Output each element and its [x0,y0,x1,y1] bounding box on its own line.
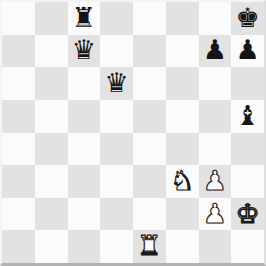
square-e2[interactable] [133,198,166,231]
square-h6[interactable] [231,67,264,100]
piece-white-knight-f3: ♞ [170,167,194,194]
square-a7[interactable] [2,35,35,68]
square-d3[interactable] [100,165,133,198]
square-e3[interactable] [133,165,166,198]
square-f7[interactable] [166,35,199,68]
square-e1[interactable]: ♜ [133,230,166,263]
square-d5[interactable] [100,100,133,133]
square-f3[interactable]: ♞ [166,165,199,198]
square-f2[interactable] [166,198,199,231]
square-h4[interactable] [231,133,264,166]
square-d8[interactable] [100,2,133,35]
square-g4[interactable] [199,133,232,166]
square-f8[interactable] [166,2,199,35]
chess-board-frame: ♜♚♛♟♟♛♝♞♟♟♚♜ [0,0,266,266]
square-b8[interactable] [35,2,68,35]
square-a2[interactable] [2,198,35,231]
square-c1[interactable] [68,230,101,263]
square-c8[interactable]: ♜ [68,2,101,35]
piece-black-king-h8: ♚ [236,4,260,31]
piece-black-queen-c7: ♛ [72,36,96,63]
square-d2[interactable] [100,198,133,231]
piece-white-pawn-g2: ♟ [203,200,227,227]
piece-black-rook-c8: ♜ [72,4,96,31]
chess-board: ♜♚♛♟♟♛♝♞♟♟♚♜ [2,2,264,263]
square-h2[interactable]: ♚ [231,198,264,231]
square-b2[interactable] [35,198,68,231]
square-g8[interactable] [199,2,232,35]
square-c3[interactable] [68,165,101,198]
square-g7[interactable]: ♟ [199,35,232,68]
square-c2[interactable] [68,198,101,231]
square-g2[interactable]: ♟ [199,198,232,231]
square-a1[interactable] [2,230,35,263]
piece-white-king-h2: ♚ [236,200,260,227]
square-a3[interactable] [2,165,35,198]
square-h5[interactable]: ♝ [231,100,264,133]
square-e7[interactable] [133,35,166,68]
square-e5[interactable] [133,100,166,133]
square-c4[interactable] [68,133,101,166]
square-e4[interactable] [133,133,166,166]
square-g1[interactable] [199,230,232,263]
piece-black-pawn-g7: ♟ [203,36,227,63]
square-h3[interactable] [231,165,264,198]
square-f1[interactable] [166,230,199,263]
square-a8[interactable] [2,2,35,35]
square-b1[interactable] [35,230,68,263]
square-b5[interactable] [35,100,68,133]
square-g3[interactable]: ♟ [199,165,232,198]
square-c5[interactable] [68,100,101,133]
square-h1[interactable] [231,230,264,263]
square-a6[interactable] [2,67,35,100]
piece-black-pawn-h7: ♟ [236,36,260,63]
piece-white-rook-e1: ♜ [137,232,161,259]
square-a5[interactable] [2,100,35,133]
square-b6[interactable] [35,67,68,100]
piece-black-bishop-h5: ♝ [236,102,260,129]
square-b3[interactable] [35,165,68,198]
square-b4[interactable] [35,133,68,166]
square-d6[interactable]: ♛ [100,67,133,100]
square-d1[interactable] [100,230,133,263]
square-g6[interactable] [199,67,232,100]
square-h7[interactable]: ♟ [231,35,264,68]
square-e6[interactable] [133,67,166,100]
square-h8[interactable]: ♚ [231,2,264,35]
square-d4[interactable] [100,133,133,166]
square-f5[interactable] [166,100,199,133]
square-g5[interactable] [199,100,232,133]
square-b7[interactable] [35,35,68,68]
square-c7[interactable]: ♛ [68,35,101,68]
piece-white-pawn-g3: ♟ [203,167,227,194]
square-f6[interactable] [166,67,199,100]
piece-black-queen-d6: ♛ [105,69,129,96]
square-d7[interactable] [100,35,133,68]
square-e8[interactable] [133,2,166,35]
square-a4[interactable] [2,133,35,166]
square-c6[interactable] [68,67,101,100]
square-f4[interactable] [166,133,199,166]
